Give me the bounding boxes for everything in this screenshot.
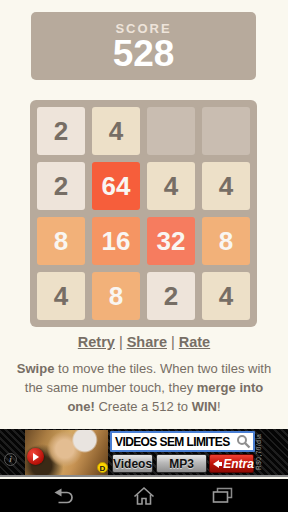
ad-price-vertical: R$0,70/dia [255,429,265,475]
d-badge: D [97,462,108,473]
play-triangle [33,453,43,461]
tile-8: 8 [202,217,250,265]
retry-link[interactable]: Retry [78,334,115,350]
tile-64: 64 [92,162,140,210]
tile-8: 8 [92,272,140,320]
left-arrow-icon [209,460,222,468]
recents-button[interactable] [184,479,263,512]
ad-info-icon[interactable]: i [4,453,17,466]
instructions-text: Swipe to move the tiles. When two tiles … [11,359,277,416]
game-board[interactable]: 24264448163284824 [30,100,257,327]
ad-search-text: VIDEOS SEM LIMITES [115,435,236,449]
tile-2: 2 [37,162,85,210]
back-icon [54,486,76,506]
tile-8: 8 [37,217,85,265]
empty-cell [202,107,250,155]
back-button[interactable] [26,479,105,512]
ad-videos-button[interactable]: Videos [112,454,153,473]
tile-2: 2 [147,272,195,320]
tile-16: 16 [92,217,140,265]
tile-4: 4 [147,162,195,210]
tile-4: 4 [92,107,140,155]
play-icon[interactable] [27,448,44,465]
tile-32: 32 [147,217,195,265]
recents-icon [212,487,234,505]
home-button[interactable] [105,479,184,512]
menu-links: Retry|Share|Rate [0,334,288,350]
tile-4: 4 [37,272,85,320]
home-icon [133,486,155,506]
rate-link[interactable]: Rate [179,334,210,350]
phone-screen: SCORE 528 24264448163284824 Retry|Share|… [0,0,288,512]
score-box: SCORE 528 [31,12,256,80]
ad-entra-button[interactable]: Entra [209,454,254,473]
share-link[interactable]: Share [127,334,167,350]
empty-cell [147,107,195,155]
ad-banner[interactable]: i D VIDEOS SEM LIMITES Videos MP3 Entra … [0,429,288,477]
ad-search-box[interactable]: VIDEOS SEM LIMITES [110,431,255,452]
android-navbar [0,479,288,512]
search-icon [236,434,251,449]
link-separator: | [115,334,127,350]
link-separator: | [167,334,179,350]
tile-4: 4 [202,162,250,210]
score-value: 528 [31,34,256,74]
ad-entra-label: Entra [223,457,254,471]
ad-mp3-button[interactable]: MP3 [156,454,207,473]
tile-4: 4 [202,272,250,320]
tile-2: 2 [37,107,85,155]
